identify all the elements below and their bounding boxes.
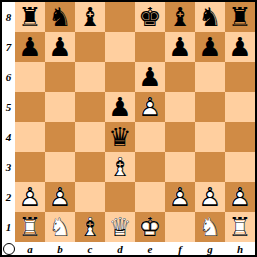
square-g1[interactable]: ♞♘: [195, 212, 225, 242]
square-d6[interactable]: [105, 62, 135, 92]
square-c6[interactable]: [75, 62, 105, 92]
file-labels: abcdefgh: [15, 242, 255, 255]
square-c3[interactable]: [75, 152, 105, 182]
rank-label-8: 8: [2, 2, 15, 32]
white-rook[interactable]: ♜♖: [18, 212, 41, 242]
black-pawn[interactable]: ♟: [228, 32, 251, 62]
file-label-b: b: [45, 242, 75, 255]
square-d5[interactable]: ♟: [105, 92, 135, 122]
piece-outline-glyph: ♙: [48, 182, 71, 212]
square-a3[interactable]: [15, 152, 45, 182]
square-h2[interactable]: ♟♙: [225, 182, 255, 212]
white-pawn[interactable]: ♟♙: [198, 182, 221, 212]
white-to-move-indicator: [3, 243, 15, 255]
piece-outline-glyph: ♙: [228, 182, 251, 212]
rank-label-6: 6: [2, 62, 15, 92]
file-label-c: c: [75, 242, 105, 255]
rank-label-7: 7: [2, 32, 15, 62]
square-b7[interactable]: ♟: [45, 32, 75, 62]
black-bishop[interactable]: ♝: [168, 2, 191, 32]
square-g3[interactable]: [195, 152, 225, 182]
square-g5[interactable]: [195, 92, 225, 122]
square-e3[interactable]: [135, 152, 165, 182]
square-g7[interactable]: ♟: [195, 32, 225, 62]
square-b8[interactable]: ♞: [45, 2, 75, 32]
square-a8[interactable]: ♜: [15, 2, 45, 32]
square-h4[interactable]: [225, 122, 255, 152]
square-c2[interactable]: [75, 182, 105, 212]
square-h8[interactable]: ♜: [225, 2, 255, 32]
square-g8[interactable]: ♞: [195, 2, 225, 32]
square-c7[interactable]: [75, 32, 105, 62]
square-d8[interactable]: [105, 2, 135, 32]
square-e5[interactable]: ♟♙: [135, 92, 165, 122]
black-rook[interactable]: ♜: [18, 2, 41, 32]
white-bishop[interactable]: ♝♗: [78, 212, 101, 242]
square-h1[interactable]: ♜♖: [225, 212, 255, 242]
rank-labels: 87654321: [2, 2, 15, 242]
square-f3[interactable]: [165, 152, 195, 182]
square-c5[interactable]: [75, 92, 105, 122]
piece-outline-glyph: ♖: [18, 212, 41, 242]
black-pawn[interactable]: ♟: [18, 32, 41, 62]
rank-label-2: 2: [2, 182, 15, 212]
square-d1[interactable]: ♛♕: [105, 212, 135, 242]
white-rook[interactable]: ♜♖: [228, 212, 251, 242]
piece-outline-glyph: ♙: [138, 92, 161, 122]
black-knight[interactable]: ♞: [198, 2, 221, 32]
piece-outline-glyph: ♘: [48, 212, 71, 242]
square-e2[interactable]: [135, 182, 165, 212]
black-king[interactable]: ♚: [138, 2, 161, 32]
white-pawn[interactable]: ♟♙: [48, 182, 71, 212]
square-f7[interactable]: ♟: [165, 32, 195, 62]
square-a2[interactable]: ♟♙: [15, 182, 45, 212]
square-g2[interactable]: ♟♙: [195, 182, 225, 212]
square-b4[interactable]: [45, 122, 75, 152]
square-h7[interactable]: ♟: [225, 32, 255, 62]
rank-label-1: 1: [2, 212, 15, 242]
white-pawn[interactable]: ♟♙: [168, 182, 191, 212]
square-e1[interactable]: ♚♔: [135, 212, 165, 242]
file-label-e: e: [135, 242, 165, 255]
square-b1[interactable]: ♞♘: [45, 212, 75, 242]
black-pawn[interactable]: ♟: [198, 32, 221, 62]
square-b3[interactable]: [45, 152, 75, 182]
black-pawn[interactable]: ♟: [168, 32, 191, 62]
square-b5[interactable]: [45, 92, 75, 122]
square-c1[interactable]: ♝♗: [75, 212, 105, 242]
square-h6[interactable]: [225, 62, 255, 92]
square-e4[interactable]: [135, 122, 165, 152]
square-a7[interactable]: ♟: [15, 32, 45, 62]
white-knight[interactable]: ♞♘: [48, 212, 71, 242]
square-f1[interactable]: [165, 212, 195, 242]
square-h3[interactable]: [225, 152, 255, 182]
file-label-d: d: [105, 242, 135, 255]
square-e6[interactable]: ♟: [135, 62, 165, 92]
square-e7[interactable]: [135, 32, 165, 62]
rank-label-5: 5: [2, 92, 15, 122]
white-bishop[interactable]: ♝♗: [108, 152, 131, 182]
black-pawn[interactable]: ♟: [48, 32, 71, 62]
square-b2[interactable]: ♟♙: [45, 182, 75, 212]
square-c4[interactable]: [75, 122, 105, 152]
square-e8[interactable]: ♚: [135, 2, 165, 32]
piece-outline-glyph: ♖: [228, 212, 251, 242]
rank-label-3: 3: [2, 152, 15, 182]
square-g4[interactable]: [195, 122, 225, 152]
black-pawn[interactable]: ♟: [138, 62, 161, 92]
black-knight[interactable]: ♞: [48, 2, 71, 32]
black-bishop[interactable]: ♝: [78, 2, 101, 32]
square-d7[interactable]: [105, 32, 135, 62]
file-label-g: g: [195, 242, 225, 255]
white-queen[interactable]: ♛♕: [108, 212, 131, 242]
piece-outline-glyph: ♙: [168, 182, 191, 212]
square-g6[interactable]: [195, 62, 225, 92]
black-pawn[interactable]: ♟: [108, 92, 131, 122]
piece-outline-glyph: ♘: [198, 212, 221, 242]
square-f4[interactable]: [165, 122, 195, 152]
white-pawn[interactable]: ♟♙: [138, 92, 161, 122]
square-d4[interactable]: ♛: [105, 122, 135, 152]
black-queen[interactable]: ♛: [108, 122, 131, 152]
white-pawn[interactable]: ♟♙: [228, 182, 251, 212]
board: ♜♞♝♚♝♞♜♟♟♟♟♟♟♟♟♙♛♝♗♟♙♟♙♟♙♟♙♟♙♜♖♞♘♝♗♛♕♚♔♞…: [15, 2, 255, 242]
rank-label-4: 4: [2, 122, 15, 152]
piece-outline-glyph: ♗: [78, 212, 101, 242]
file-label-h: h: [225, 242, 255, 255]
black-rook[interactable]: ♜: [228, 2, 251, 32]
file-label-a: a: [15, 242, 45, 255]
white-pawn[interactable]: ♟♙: [18, 182, 41, 212]
piece-outline-glyph: ♗: [108, 152, 131, 182]
square-a5[interactable]: [15, 92, 45, 122]
piece-outline-glyph: ♙: [18, 182, 41, 212]
piece-outline-glyph: ♙: [198, 182, 221, 212]
square-d3[interactable]: ♝♗: [105, 152, 135, 182]
square-a6[interactable]: [15, 62, 45, 92]
square-f5[interactable]: [165, 92, 195, 122]
white-knight[interactable]: ♞♘: [198, 212, 221, 242]
file-label-f: f: [165, 242, 195, 255]
white-king[interactable]: ♚♔: [138, 212, 161, 242]
square-f2[interactable]: ♟♙: [165, 182, 195, 212]
square-f8[interactable]: ♝: [165, 2, 195, 32]
square-a1[interactable]: ♜♖: [15, 212, 45, 242]
square-h5[interactable]: [225, 92, 255, 122]
chess-diagram: 87654321 ♜♞♝♚♝♞♜♟♟♟♟♟♟♟♟♙♛♝♗♟♙♟♙♟♙♟♙♟♙♜♖…: [0, 0, 257, 257]
square-a4[interactable]: [15, 122, 45, 152]
piece-outline-glyph: ♔: [138, 212, 161, 242]
square-d2[interactable]: [105, 182, 135, 212]
square-f6[interactable]: [165, 62, 195, 92]
piece-outline-glyph: ♕: [108, 212, 131, 242]
square-b6[interactable]: [45, 62, 75, 92]
square-c8[interactable]: ♝: [75, 2, 105, 32]
